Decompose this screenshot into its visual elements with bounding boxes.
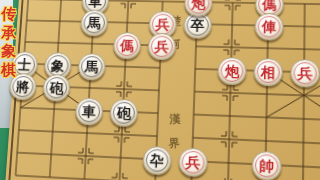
watermark-char: 传 [1,6,17,23]
piece-ring [181,150,205,174]
piece-ring [80,56,103,78]
piece-ring [187,0,210,14]
piece-ring [186,14,209,36]
xiangqi-board[interactable]: 楚 河 漢 界 車馬卒士象馬將砲車砲卆炮傌兵俥傌兵炮相兵兵帥 [5,0,320,180]
river-label-han: 漢 [168,113,183,125]
piece-ring [145,149,168,172]
piece-ring [78,100,101,122]
watermark-char: 象 [1,43,17,60]
screenshot-frame: 楚 河 漢 界 車馬卒士象馬將砲車砲卆炮傌兵俥傌兵炮相兵兵帥 传 承 象 棋 [0,0,320,180]
red-piece-兵[interactable]: 兵 [290,59,320,88]
watermark-char: 承 [1,25,17,42]
piece-ring [45,77,68,99]
piece-ring [112,102,135,125]
piece-ring [150,36,173,58]
piece-ring [255,154,279,178]
channel-watermark: 传 承 象 棋 [1,6,17,78]
piece-ring [151,14,174,36]
red-piece-帥[interactable]: 帥 [251,151,281,180]
piece-ring [83,12,105,33]
piece-ring [257,61,280,84]
watermark-char: 棋 [1,62,17,79]
piece-ring [258,16,281,38]
piece-ring [47,55,69,77]
piece-ring [116,35,139,57]
piece-ring [220,60,243,82]
river-label-jie: 界 [167,137,182,149]
piece-ring [293,62,317,85]
